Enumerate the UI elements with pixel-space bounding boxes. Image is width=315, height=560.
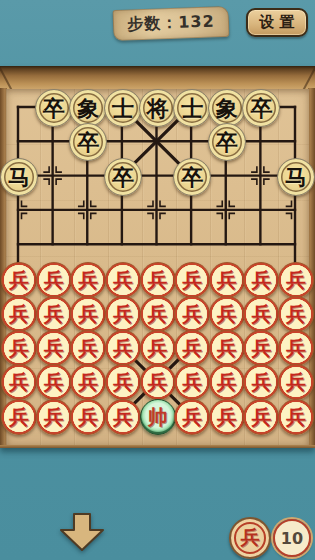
board-piece[interactable]: 兵 [278, 262, 314, 298]
board-piece[interactable]: 兵 [36, 399, 72, 435]
board-piece[interactable]: 兵 [70, 296, 106, 332]
board-piece[interactable]: 兵 [278, 330, 314, 366]
board-piece[interactable]: 兵 [174, 399, 210, 435]
board-piece[interactable]: 兵 [278, 296, 314, 332]
board-piece[interactable]: 兵 [36, 296, 72, 332]
board-piece[interactable]: 兵 [1, 262, 37, 298]
game-screen: 步数：132 设置 卒象士将士象卒卒卒马卒卒马兵兵兵兵兵兵兵兵兵兵兵兵兵兵兵兵兵… [0, 0, 315, 560]
board-piece[interactable]: 兵 [1, 296, 37, 332]
board-piece[interactable]: 兵 [105, 262, 141, 298]
board-piece[interactable]: 卒 [104, 158, 142, 196]
board-piece[interactable]: 兵 [243, 262, 279, 298]
board-piece[interactable]: 卒 [208, 123, 246, 161]
board-piece[interactable]: 兵 [174, 330, 210, 366]
board-piece[interactable]: 兵 [70, 364, 106, 400]
board-piece[interactable]: 兵 [243, 364, 279, 400]
board-piece[interactable]: 兵 [140, 364, 176, 400]
board-piece[interactable]: 兵 [36, 364, 72, 400]
board-piece[interactable]: 兵 [243, 399, 279, 435]
board-piece[interactable]: 兵 [140, 262, 176, 298]
board-piece[interactable]: 兵 [174, 296, 210, 332]
board-piece[interactable]: 兵 [278, 399, 314, 435]
board-piece[interactable]: 将 [139, 89, 177, 127]
board-piece[interactable]: 兵 [243, 330, 279, 366]
board-piece[interactable]: 兵 [1, 330, 37, 366]
board-piece[interactable]: 卒 [69, 123, 107, 161]
board-piece[interactable]: 兵 [209, 399, 245, 435]
reserve-count-badge[interactable]: 10 [273, 519, 311, 557]
piece-layer: 卒象士将士象卒卒卒马卒卒马兵兵兵兵兵兵兵兵兵兵兵兵兵兵兵兵兵兵兵兵兵兵兵兵兵兵兵… [0, 66, 315, 448]
board-piece[interactable]: 兵 [140, 296, 176, 332]
board-piece[interactable]: 兵 [70, 399, 106, 435]
settings-button[interactable]: 设置 [246, 8, 308, 37]
board-piece[interactable]: 马 [277, 158, 315, 196]
red-general-piece[interactable]: 帅 [140, 399, 176, 435]
down-arrow-icon [61, 514, 103, 550]
reserve-soldier-glyph: 兵 [241, 525, 260, 551]
drop-arrow-button[interactable] [60, 513, 104, 551]
board-piece[interactable]: 士 [104, 89, 142, 127]
board-piece[interactable]: 兵 [1, 364, 37, 400]
board-piece[interactable]: 马 [0, 158, 38, 196]
board-piece[interactable]: 兵 [105, 364, 141, 400]
board-piece[interactable]: 兵 [209, 364, 245, 400]
board-piece[interactable]: 兵 [1, 399, 37, 435]
board-piece[interactable]: 兵 [278, 364, 314, 400]
board-piece[interactable]: 兵 [70, 330, 106, 366]
board-piece[interactable]: 象 [208, 89, 246, 127]
board-piece[interactable]: 兵 [105, 296, 141, 332]
board-piece[interactable]: 兵 [209, 330, 245, 366]
steps-label: 步数：132 [127, 11, 215, 35]
board-piece[interactable]: 兵 [209, 262, 245, 298]
board-piece[interactable]: 兵 [140, 330, 176, 366]
xiangqi-board: 卒象士将士象卒卒卒马卒卒马兵兵兵兵兵兵兵兵兵兵兵兵兵兵兵兵兵兵兵兵兵兵兵兵兵兵兵… [0, 66, 315, 448]
board-piece[interactable]: 兵 [174, 262, 210, 298]
board-piece[interactable]: 兵 [36, 262, 72, 298]
board-piece[interactable]: 卒 [173, 158, 211, 196]
reserve-count-value: 10 [281, 529, 303, 548]
board-piece[interactable]: 兵 [70, 262, 106, 298]
board-piece[interactable]: 兵 [36, 330, 72, 366]
board-piece[interactable]: 兵 [209, 296, 245, 332]
board-piece[interactable]: 兵 [105, 330, 141, 366]
reserve-soldier-button[interactable]: 兵 [229, 517, 271, 559]
board-piece[interactable]: 士 [173, 89, 211, 127]
steps-counter: 步数：132 [112, 6, 229, 41]
board-piece[interactable]: 象 [69, 89, 107, 127]
board-piece[interactable]: 卒 [35, 89, 73, 127]
board-piece[interactable]: 兵 [243, 296, 279, 332]
board-piece[interactable]: 卒 [242, 89, 280, 127]
board-piece[interactable]: 兵 [105, 399, 141, 435]
board-piece[interactable]: 兵 [174, 364, 210, 400]
